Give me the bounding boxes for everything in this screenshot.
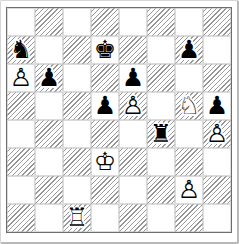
- piece-black-pawn: ♟: [119, 64, 147, 92]
- piece-white-knight: ♞♘: [175, 92, 203, 120]
- square-h8: [203, 8, 231, 36]
- square-d1: [91, 204, 119, 232]
- square-d5: ♟: [91, 92, 119, 120]
- square-g7: ♟: [175, 36, 203, 64]
- square-d6: [91, 64, 119, 92]
- square-h1: [203, 204, 231, 232]
- square-e4: [119, 120, 147, 148]
- square-a8: [7, 8, 35, 36]
- piece-white-pawn: ♟♙: [119, 92, 147, 120]
- square-c1: ♜♖: [63, 204, 91, 232]
- square-c7: [63, 36, 91, 64]
- chess-board: ♞♚♟♟♙♟♟♟♟♙♞♘♟♜♟♙♚♔♟♙♜♖: [6, 7, 232, 233]
- piece-white-pawn: ♟♙: [203, 120, 231, 148]
- square-e2: [119, 176, 147, 204]
- piece-black-pawn: ♟: [91, 92, 119, 120]
- square-e1: [119, 204, 147, 232]
- square-f4: ♜: [147, 120, 175, 148]
- piece-white-pawn: ♟♙: [7, 64, 35, 92]
- piece-black-pawn: ♟: [203, 92, 231, 120]
- square-h5: ♟: [203, 92, 231, 120]
- square-f7: [147, 36, 175, 64]
- square-b3: [35, 148, 63, 176]
- square-a7: ♞: [7, 36, 35, 64]
- square-c4: [63, 120, 91, 148]
- square-f6: [147, 64, 175, 92]
- piece-black-knight: ♞: [7, 36, 35, 64]
- square-f3: [147, 148, 175, 176]
- square-e6: ♟: [119, 64, 147, 92]
- square-a2: [7, 176, 35, 204]
- square-g2: ♟♙: [175, 176, 203, 204]
- square-b2: [35, 176, 63, 204]
- square-g4: [175, 120, 203, 148]
- square-h3: [203, 148, 231, 176]
- piece-white-king: ♚♔: [91, 148, 119, 176]
- square-e8: [119, 8, 147, 36]
- square-d8: [91, 8, 119, 36]
- piece-white-pawn: ♟♙: [175, 176, 203, 204]
- square-d4: [91, 120, 119, 148]
- chess-diagram-screenshot: ♞♚♟♟♙♟♟♟♟♙♞♘♟♜♟♙♚♔♟♙♜♖: [0, 0, 239, 244]
- square-e5: ♟♙: [119, 92, 147, 120]
- square-h7: [203, 36, 231, 64]
- square-c6: [63, 64, 91, 92]
- square-c2: [63, 176, 91, 204]
- square-g5: ♞♘: [175, 92, 203, 120]
- piece-black-pawn: ♟: [175, 36, 203, 64]
- square-e3: [119, 148, 147, 176]
- square-a5: [7, 92, 35, 120]
- square-b4: [35, 120, 63, 148]
- piece-black-rook: ♜: [147, 120, 175, 148]
- square-d7: ♚: [91, 36, 119, 64]
- square-d2: [91, 176, 119, 204]
- square-g8: [175, 8, 203, 36]
- square-h6: [203, 64, 231, 92]
- square-f2: [147, 176, 175, 204]
- square-c8: [63, 8, 91, 36]
- square-d3: ♚♔: [91, 148, 119, 176]
- piece-black-pawn: ♟: [35, 64, 63, 92]
- square-b5: [35, 92, 63, 120]
- square-f1: [147, 204, 175, 232]
- square-a3: [7, 148, 35, 176]
- square-b8: [35, 8, 63, 36]
- square-g1: [175, 204, 203, 232]
- square-c3: [63, 148, 91, 176]
- square-a6: ♟♙: [7, 64, 35, 92]
- square-f8: [147, 8, 175, 36]
- square-c5: [63, 92, 91, 120]
- square-b1: [35, 204, 63, 232]
- square-b6: ♟: [35, 64, 63, 92]
- square-g6: [175, 64, 203, 92]
- piece-white-rook: ♜♖: [63, 204, 91, 232]
- square-b7: [35, 36, 63, 64]
- square-g3: [175, 148, 203, 176]
- square-f5: [147, 92, 175, 120]
- piece-black-king: ♚: [91, 36, 119, 64]
- square-e7: [119, 36, 147, 64]
- square-h2: [203, 176, 231, 204]
- square-a4: [7, 120, 35, 148]
- square-h4: ♟♙: [203, 120, 231, 148]
- square-a1: [7, 204, 35, 232]
